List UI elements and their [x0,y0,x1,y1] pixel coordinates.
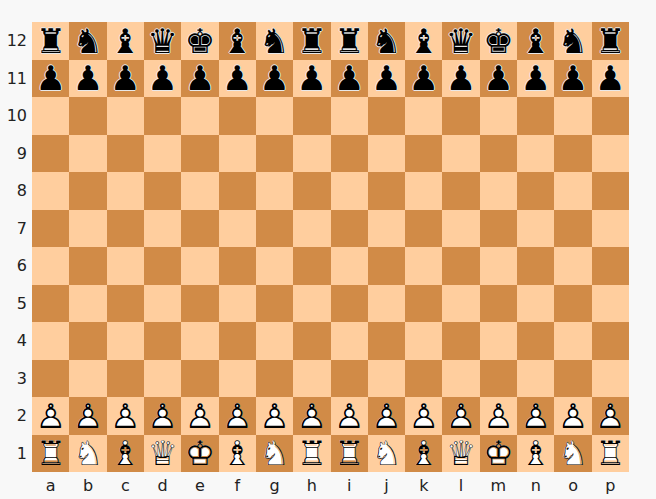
piece-outline: ♙ [371,399,401,433]
square-m7[interactable] [480,210,517,248]
square-m5[interactable] [480,285,517,323]
piece-black-pawn[interactable]: ♟ [297,61,327,95]
piece-outline: ♗ [222,436,252,470]
square-i2[interactable]: ♟♙ [331,397,368,435]
rank-label-1: 1 [0,435,32,473]
piece-black-queen[interactable]: ♛ [147,24,177,58]
piece-black-king[interactable]: ♚ [483,24,513,58]
rank-label-3: 3 [0,360,32,398]
rank-label-5: 5 [0,285,32,323]
square-f10[interactable] [219,97,256,135]
square-d11[interactable]: ♟ [144,60,181,98]
file-label-f: f [219,471,256,499]
piece-outline: ♘ [259,436,289,470]
piece-outline: ♙ [483,399,513,433]
piece-white-pawn[interactable]: ♟♙ [483,399,513,433]
square-l9[interactable] [442,135,479,173]
rank-label-4: 4 [0,322,32,360]
piece-black-knight[interactable]: ♞ [558,24,588,58]
square-a4[interactable] [32,322,69,360]
square-f9[interactable] [219,135,256,173]
square-k9[interactable] [405,135,442,173]
piece-black-rook[interactable]: ♜ [297,24,327,58]
square-i6[interactable] [331,247,368,285]
rank-label-9: 9 [0,135,32,173]
square-d4[interactable] [144,322,181,360]
square-c7[interactable] [107,210,144,248]
piece-outline: ♙ [558,399,588,433]
square-c6[interactable] [107,247,144,285]
piece-white-pawn[interactable]: ♟♙ [185,399,215,433]
square-j7[interactable] [368,210,405,248]
square-o5[interactable] [554,285,591,323]
square-d2[interactable]: ♟♙ [144,397,181,435]
piece-white-pawn[interactable]: ♟♙ [73,399,103,433]
square-d6[interactable] [144,247,181,285]
square-l2[interactable]: ♟♙ [442,397,479,435]
piece-white-pawn[interactable]: ♟♙ [222,399,252,433]
square-a5[interactable] [32,285,69,323]
square-n1[interactable]: ♝♗ [517,435,554,473]
piece-white-king[interactable]: ♚♔ [483,436,513,470]
file-label-a: a [32,471,69,499]
square-e4[interactable] [181,322,218,360]
square-e2[interactable]: ♟♙ [181,397,218,435]
piece-black-bishop[interactable]: ♝ [222,24,252,58]
square-p6[interactable] [592,247,629,285]
piece-black-rook[interactable]: ♜ [334,24,364,58]
square-m10[interactable] [480,97,517,135]
piece-outline: ♙ [520,399,550,433]
square-p8[interactable] [592,172,629,210]
piece-outline: ♙ [110,399,140,433]
rank-label-12: 12 [0,22,32,60]
square-g8[interactable] [256,172,293,210]
file-label-n: n [517,471,554,499]
square-f5[interactable] [219,285,256,323]
square-o10[interactable] [554,97,591,135]
square-o2[interactable]: ♟♙ [554,397,591,435]
square-i7[interactable] [331,210,368,248]
square-m4[interactable] [480,322,517,360]
piece-outline: ♖ [595,436,625,470]
square-h1[interactable]: ♜♖ [293,435,330,473]
square-b7[interactable] [69,210,106,248]
square-j9[interactable] [368,135,405,173]
square-p9[interactable] [592,135,629,173]
piece-white-knight[interactable]: ♞♘ [259,436,289,470]
square-p12[interactable]: ♜ [592,22,629,60]
square-l1[interactable]: ♛♕ [442,435,479,473]
piece-black-knight[interactable]: ♞ [73,24,103,58]
rank-label-2: 2 [0,397,32,435]
square-g6[interactable] [256,247,293,285]
square-k6[interactable] [405,247,442,285]
square-a9[interactable] [32,135,69,173]
square-o12[interactable]: ♞ [554,22,591,60]
piece-outline: ♔ [483,436,513,470]
piece-black-pawn[interactable]: ♟ [446,61,476,95]
piece-white-pawn[interactable]: ♟♙ [520,399,550,433]
square-o3[interactable] [554,360,591,398]
square-l11[interactable]: ♟ [442,60,479,98]
square-i10[interactable] [331,97,368,135]
square-p4[interactable] [592,322,629,360]
square-i3[interactable] [331,360,368,398]
square-c8[interactable] [107,172,144,210]
square-i5[interactable] [331,285,368,323]
square-j3[interactable] [368,360,405,398]
piece-black-pawn[interactable]: ♟ [185,61,215,95]
square-a7[interactable] [32,210,69,248]
piece-white-pawn[interactable]: ♟♙ [409,399,439,433]
square-b10[interactable] [69,97,106,135]
square-p2[interactable]: ♟♙ [592,397,629,435]
square-p3[interactable] [592,360,629,398]
square-h8[interactable] [293,172,330,210]
file-label-d: d [144,471,181,499]
square-i1[interactable]: ♜♖ [331,435,368,473]
square-h4[interactable] [293,322,330,360]
file-label-p: p [592,471,629,499]
square-j1[interactable]: ♞♘ [368,435,405,473]
piece-black-pawn[interactable]: ♟ [147,61,177,95]
square-b9[interactable] [69,135,106,173]
square-o4[interactable] [554,322,591,360]
piece-white-pawn[interactable]: ♟♙ [297,399,327,433]
file-label-j: j [368,471,405,499]
piece-black-pawn[interactable]: ♟ [334,61,364,95]
square-f8[interactable] [219,172,256,210]
square-n5[interactable] [517,285,554,323]
square-p10[interactable] [592,97,629,135]
square-m6[interactable] [480,247,517,285]
square-g12[interactable]: ♞ [256,22,293,60]
piece-white-rook[interactable]: ♜♖ [297,436,327,470]
square-f6[interactable] [219,247,256,285]
square-n4[interactable] [517,322,554,360]
piece-black-queen[interactable]: ♛ [446,24,476,58]
square-e5[interactable] [181,285,218,323]
piece-outline: ♕ [446,436,476,470]
piece-black-pawn[interactable]: ♟ [520,61,550,95]
square-o11[interactable]: ♟ [554,60,591,98]
piece-outline: ♗ [110,436,140,470]
piece-black-rook[interactable]: ♜ [595,24,625,58]
square-o6[interactable] [554,247,591,285]
square-d8[interactable] [144,172,181,210]
piece-white-rook[interactable]: ♜♖ [595,436,625,470]
square-l12[interactable]: ♛ [442,22,479,60]
piece-black-pawn[interactable]: ♟ [35,61,65,95]
piece-white-bishop[interactable]: ♝♗ [520,436,550,470]
square-b3[interactable] [69,360,106,398]
square-p7[interactable] [592,210,629,248]
square-d1[interactable]: ♛♕ [144,435,181,473]
piece-white-knight[interactable]: ♞♘ [371,436,401,470]
file-label-k: k [405,471,442,499]
piece-black-pawn[interactable]: ♟ [110,61,140,95]
piece-outline: ♘ [73,436,103,470]
piece-white-knight[interactable]: ♞♘ [73,436,103,470]
piece-outline: ♙ [73,399,103,433]
square-n6[interactable] [517,247,554,285]
square-j4[interactable] [368,322,405,360]
square-b4[interactable] [69,322,106,360]
square-l4[interactable] [442,322,479,360]
square-g5[interactable] [256,285,293,323]
piece-white-queen[interactable]: ♛♕ [147,436,177,470]
square-d5[interactable] [144,285,181,323]
square-c5[interactable] [107,285,144,323]
square-e11[interactable]: ♟ [181,60,218,98]
square-m8[interactable] [480,172,517,210]
piece-black-bishop[interactable]: ♝ [409,24,439,58]
square-n9[interactable] [517,135,554,173]
square-f7[interactable] [219,210,256,248]
square-d7[interactable] [144,210,181,248]
piece-white-pawn[interactable]: ♟♙ [558,399,588,433]
square-k3[interactable] [405,360,442,398]
square-h5[interactable] [293,285,330,323]
square-n8[interactable] [517,172,554,210]
piece-black-pawn[interactable]: ♟ [371,61,401,95]
square-a12[interactable]: ♜ [32,22,69,60]
square-k11[interactable]: ♟ [405,60,442,98]
file-label-i: i [331,471,368,499]
square-a10[interactable] [32,97,69,135]
piece-black-pawn[interactable]: ♟ [73,61,103,95]
piece-black-pawn[interactable]: ♟ [595,61,625,95]
square-c2[interactable]: ♟♙ [107,397,144,435]
square-e1[interactable]: ♚♔ [181,435,218,473]
square-m12[interactable]: ♚ [480,22,517,60]
rank-label-7: 7 [0,210,32,248]
square-i12[interactable]: ♜ [331,22,368,60]
square-b1[interactable]: ♞♘ [69,435,106,473]
square-c3[interactable] [107,360,144,398]
piece-outline: ♙ [409,399,439,433]
square-o7[interactable] [554,210,591,248]
square-j5[interactable] [368,285,405,323]
piece-black-pawn[interactable]: ♟ [483,61,513,95]
square-g7[interactable] [256,210,293,248]
file-labels: abcdefghijklmnop [32,471,629,499]
square-n11[interactable]: ♟ [517,60,554,98]
piece-black-pawn[interactable]: ♟ [558,61,588,95]
rank-labels: 121110987654321 [0,22,32,472]
square-g3[interactable] [256,360,293,398]
piece-black-bishop[interactable]: ♝ [110,24,140,58]
piece-white-pawn[interactable]: ♟♙ [35,399,65,433]
square-o1[interactable]: ♞♘ [554,435,591,473]
square-f11[interactable]: ♟ [219,60,256,98]
square-b6[interactable] [69,247,106,285]
piece-white-bishop[interactable]: ♝♗ [110,436,140,470]
rank-label-8: 8 [0,172,32,210]
square-h10[interactable] [293,97,330,135]
square-e3[interactable] [181,360,218,398]
square-k10[interactable] [405,97,442,135]
square-a6[interactable] [32,247,69,285]
file-label-o: o [554,471,591,499]
square-h9[interactable] [293,135,330,173]
square-h12[interactable]: ♜ [293,22,330,60]
square-k1[interactable]: ♝♗ [405,435,442,473]
square-n7[interactable] [517,210,554,248]
square-m1[interactable]: ♚♔ [480,435,517,473]
square-i8[interactable] [331,172,368,210]
square-c4[interactable] [107,322,144,360]
square-d9[interactable] [144,135,181,173]
square-c12[interactable]: ♝ [107,22,144,60]
square-c10[interactable] [107,97,144,135]
file-label-m: m [480,471,517,499]
piece-white-rook[interactable]: ♜♖ [35,436,65,470]
square-n3[interactable] [517,360,554,398]
piece-white-king[interactable]: ♚♔ [185,436,215,470]
square-g4[interactable] [256,322,293,360]
square-c11[interactable]: ♟ [107,60,144,98]
square-k8[interactable] [405,172,442,210]
square-i4[interactable] [331,322,368,360]
square-h7[interactable] [293,210,330,248]
square-p11[interactable]: ♟ [592,60,629,98]
piece-white-pawn[interactable]: ♟♙ [446,399,476,433]
square-k7[interactable] [405,210,442,248]
square-b2[interactable]: ♟♙ [69,397,106,435]
square-b5[interactable] [69,285,106,323]
square-c1[interactable]: ♝♗ [107,435,144,473]
square-k12[interactable]: ♝ [405,22,442,60]
square-c9[interactable] [107,135,144,173]
square-m2[interactable]: ♟♙ [480,397,517,435]
square-h6[interactable] [293,247,330,285]
square-e8[interactable] [181,172,218,210]
square-h11[interactable]: ♟ [293,60,330,98]
piece-white-pawn[interactable]: ♟♙ [595,399,625,433]
square-l5[interactable] [442,285,479,323]
square-l10[interactable] [442,97,479,135]
square-k2[interactable]: ♟♙ [405,397,442,435]
piece-outline: ♔ [185,436,215,470]
square-j2[interactable]: ♟♙ [368,397,405,435]
square-l6[interactable] [442,247,479,285]
square-g9[interactable] [256,135,293,173]
square-j10[interactable] [368,97,405,135]
square-e7[interactable] [181,210,218,248]
piece-white-knight[interactable]: ♞♘ [558,436,588,470]
square-b11[interactable]: ♟ [69,60,106,98]
piece-black-king[interactable]: ♚ [185,24,215,58]
square-f4[interactable] [219,322,256,360]
piece-white-bishop[interactable]: ♝♗ [409,436,439,470]
square-p1[interactable]: ♜♖ [592,435,629,473]
piece-black-pawn[interactable]: ♟ [222,61,252,95]
piece-outline: ♖ [334,436,364,470]
square-e9[interactable] [181,135,218,173]
square-n10[interactable] [517,97,554,135]
piece-black-pawn[interactable]: ♟ [259,61,289,95]
square-m9[interactable] [480,135,517,173]
square-j12[interactable]: ♞ [368,22,405,60]
square-a2[interactable]: ♟♙ [32,397,69,435]
square-b12[interactable]: ♞ [69,22,106,60]
piece-white-pawn[interactable]: ♟♙ [110,399,140,433]
square-l8[interactable] [442,172,479,210]
square-a3[interactable] [32,360,69,398]
square-h3[interactable] [293,360,330,398]
square-d10[interactable] [144,97,181,135]
square-l7[interactable] [442,210,479,248]
piece-outline: ♙ [35,399,65,433]
square-k5[interactable] [405,285,442,323]
square-n2[interactable]: ♟♙ [517,397,554,435]
square-f3[interactable] [219,360,256,398]
square-a1[interactable]: ♜♖ [32,435,69,473]
square-i11[interactable]: ♟ [331,60,368,98]
piece-white-rook[interactable]: ♜♖ [334,436,364,470]
square-o9[interactable] [554,135,591,173]
piece-black-pawn[interactable]: ♟ [409,61,439,95]
piece-white-pawn[interactable]: ♟♙ [147,399,177,433]
square-e6[interactable] [181,247,218,285]
square-d12[interactable]: ♛ [144,22,181,60]
square-g1[interactable]: ♞♘ [256,435,293,473]
square-e10[interactable] [181,97,218,135]
square-l3[interactable] [442,360,479,398]
square-n12[interactable]: ♝ [517,22,554,60]
piece-white-pawn[interactable]: ♟♙ [371,399,401,433]
square-f2[interactable]: ♟♙ [219,397,256,435]
square-m11[interactable]: ♟ [480,60,517,98]
piece-outline: ♗ [409,436,439,470]
piece-white-pawn[interactable]: ♟♙ [259,399,289,433]
piece-outline: ♖ [35,436,65,470]
square-m3[interactable] [480,360,517,398]
square-j6[interactable] [368,247,405,285]
piece-white-pawn[interactable]: ♟♙ [334,399,364,433]
piece-white-queen[interactable]: ♛♕ [446,436,476,470]
square-a8[interactable] [32,172,69,210]
square-h2[interactable]: ♟♙ [293,397,330,435]
piece-black-knight[interactable]: ♞ [259,24,289,58]
square-g2[interactable]: ♟♙ [256,397,293,435]
square-k4[interactable] [405,322,442,360]
piece-white-bishop[interactable]: ♝♗ [222,436,252,470]
square-f12[interactable]: ♝ [219,22,256,60]
piece-black-bishop[interactable]: ♝ [520,24,550,58]
square-a11[interactable]: ♟ [32,60,69,98]
square-b8[interactable] [69,172,106,210]
square-p5[interactable] [592,285,629,323]
square-j11[interactable]: ♟ [368,60,405,98]
square-i9[interactable] [331,135,368,173]
piece-outline: ♙ [185,399,215,433]
file-label-c: c [107,471,144,499]
square-e12[interactable]: ♚ [181,22,218,60]
square-g10[interactable] [256,97,293,135]
piece-black-rook[interactable]: ♜ [35,24,65,58]
square-f1[interactable]: ♝♗ [219,435,256,473]
square-g11[interactable]: ♟ [256,60,293,98]
piece-outline: ♖ [297,436,327,470]
chess-board: ♜♞♝♛♚♝♞♜♜♞♝♛♚♝♞♜♟♟♟♟♟♟♟♟♟♟♟♟♟♟♟♟♟♙♟♙♟♙♟♙… [32,22,629,472]
square-d3[interactable] [144,360,181,398]
square-o8[interactable] [554,172,591,210]
square-j8[interactable] [368,172,405,210]
piece-black-knight[interactable]: ♞ [371,24,401,58]
